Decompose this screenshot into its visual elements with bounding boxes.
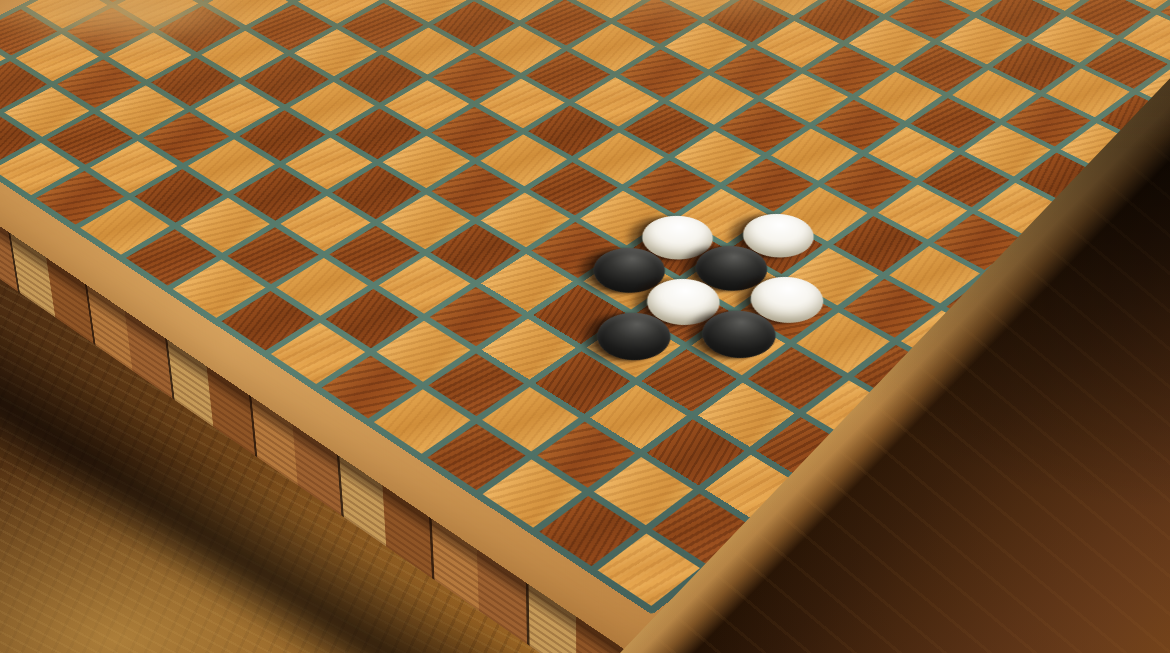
board-square[interactable] [221,291,314,351]
board-square[interactable] [0,116,37,167]
board-square[interactable] [669,75,753,124]
board-square[interactable] [245,56,329,104]
board-square[interactable] [321,355,417,418]
board-square[interactable] [922,155,1009,208]
board-square[interactable] [342,3,424,49]
background-blur-topcenter [560,0,860,24]
background-blur-topleft [0,0,275,50]
board-square[interactable] [980,0,1061,37]
board-square[interactable] [383,136,470,188]
photo-frame [0,0,1170,653]
board-square[interactable] [126,229,217,286]
